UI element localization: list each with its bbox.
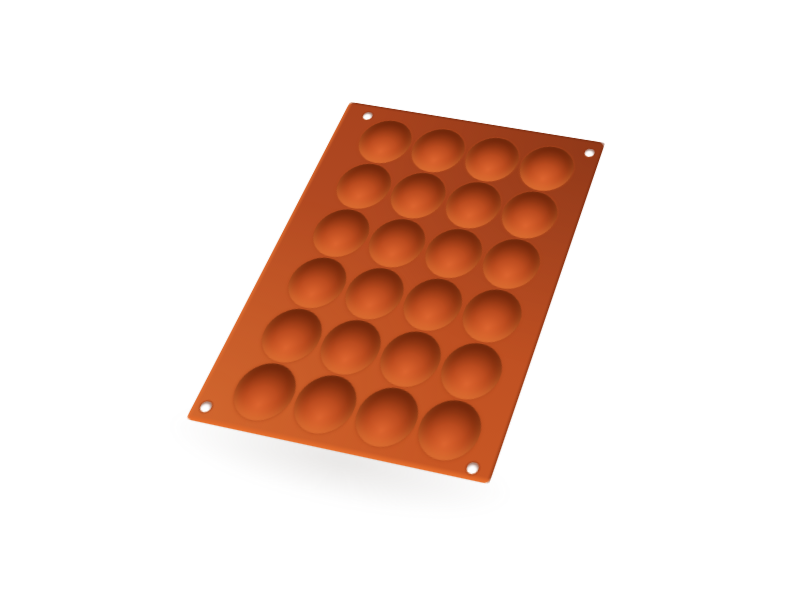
corner-hole-bottom-right <box>465 461 480 475</box>
cavity-r6-c4 <box>409 395 490 466</box>
cavity-r2-c1 <box>328 160 399 213</box>
cavity-r6-c3 <box>346 383 427 453</box>
corner-hole-bottom-left <box>198 401 214 414</box>
cavity-r3-c2 <box>360 215 433 272</box>
cavity-r1-c4 <box>513 143 580 195</box>
corner-hole-top-left <box>361 112 374 121</box>
cavity-r2-c2 <box>382 169 453 222</box>
cavity-r5-c1 <box>252 304 332 367</box>
cavity-r5-c3 <box>371 327 449 392</box>
cavity-r4-c3 <box>395 274 471 335</box>
mold-sheet <box>186 102 605 484</box>
cavity-r3-c3 <box>417 225 490 283</box>
cavity-r1-c2 <box>404 126 472 176</box>
cavity-r4-c2 <box>336 264 412 324</box>
cavity-r2-c4 <box>494 188 564 243</box>
cavity-r1-c1 <box>350 117 419 167</box>
product-photo-stage <box>0 0 799 600</box>
cavity-r1-c3 <box>458 134 526 185</box>
corner-hole-top-right <box>583 148 595 157</box>
cavity-r5-c2 <box>311 315 390 379</box>
cavity-r5-c4 <box>432 338 510 404</box>
cavity-r2-c3 <box>438 178 508 232</box>
cavity-r3-c4 <box>475 235 547 293</box>
cavity-r4-c1 <box>279 253 356 312</box>
cavity-r4-c4 <box>454 285 529 347</box>
cavity-r6-c2 <box>284 370 366 439</box>
cavity-r3-c1 <box>304 205 378 261</box>
